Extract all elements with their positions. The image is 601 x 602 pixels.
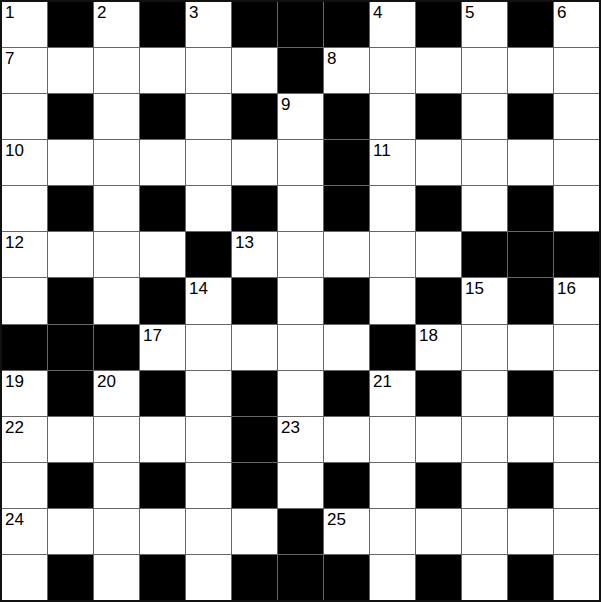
cell-r3c1[interactable] <box>2 94 47 139</box>
black-cell-r13c8 <box>324 555 369 600</box>
clue-number-20: 20 <box>97 372 116 392</box>
black-cell-r5c2 <box>48 186 93 231</box>
cell-r11c3[interactable] <box>94 463 139 508</box>
cell-r4c2[interactable] <box>48 140 93 185</box>
black-cell-r1c10 <box>416 2 461 47</box>
cell-r1c3[interactable]: 2 <box>94 2 139 47</box>
clue-number-8: 8 <box>327 49 336 69</box>
cell-r7c5[interactable]: 14 <box>186 278 231 323</box>
cell-r4c10[interactable] <box>416 140 461 185</box>
crossword-grid: 1234567891011121314151617181920212223242… <box>0 0 601 602</box>
black-cell-r1c7 <box>278 2 323 47</box>
cell-r6c6[interactable]: 13 <box>232 232 277 277</box>
cell-r9c9[interactable]: 21 <box>370 371 415 416</box>
clue-number-6: 6 <box>557 3 566 23</box>
black-cell-r5c8 <box>324 186 369 231</box>
clue-number-21: 21 <box>373 372 392 392</box>
cell-r4c5[interactable] <box>186 140 231 185</box>
clue-number-25: 25 <box>327 510 346 530</box>
cell-r5c9[interactable] <box>370 186 415 231</box>
cell-r12c10[interactable] <box>416 509 461 554</box>
clue-number-19: 19 <box>5 372 24 392</box>
clue-number-5: 5 <box>465 3 474 23</box>
cell-r3c3[interactable] <box>94 94 139 139</box>
black-cell-r7c2 <box>48 278 93 323</box>
cell-r9c13[interactable] <box>554 371 599 416</box>
cell-r13c13[interactable] <box>554 555 599 600</box>
cell-r7c11[interactable]: 15 <box>462 278 507 323</box>
cell-r8c13[interactable] <box>554 325 599 370</box>
cell-r12c12[interactable] <box>508 509 553 554</box>
black-cell-r1c6 <box>232 2 277 47</box>
black-cell-r8c3 <box>94 325 139 370</box>
cell-r5c5[interactable] <box>186 186 231 231</box>
cell-r12c3[interactable] <box>94 509 139 554</box>
cell-r9c1[interactable]: 19 <box>2 371 47 416</box>
cell-r11c1[interactable] <box>2 463 47 508</box>
cell-r4c7[interactable] <box>278 140 323 185</box>
cell-r1c9[interactable]: 4 <box>370 2 415 47</box>
black-cell-r13c10 <box>416 555 461 600</box>
black-cell-r9c4 <box>140 371 185 416</box>
black-cell-r11c12 <box>508 463 553 508</box>
cell-r2c1[interactable]: 7 <box>2 48 47 93</box>
cell-r10c8[interactable] <box>324 417 369 462</box>
black-cell-r8c2 <box>48 325 93 370</box>
black-cell-r6c11 <box>462 232 507 277</box>
black-cell-r7c10 <box>416 278 461 323</box>
cell-r6c1[interactable]: 12 <box>2 232 47 277</box>
cell-r10c5[interactable] <box>186 417 231 462</box>
cell-r9c11[interactable] <box>462 371 507 416</box>
cell-r10c11[interactable] <box>462 417 507 462</box>
black-cell-r8c1 <box>2 325 47 370</box>
black-cell-r6c5 <box>186 232 231 277</box>
cell-r13c11[interactable] <box>462 555 507 600</box>
cell-r13c3[interactable] <box>94 555 139 600</box>
cell-r8c5[interactable] <box>186 325 231 370</box>
cell-r12c2[interactable] <box>48 509 93 554</box>
cell-r6c7[interactable] <box>278 232 323 277</box>
cell-r2c8[interactable]: 8 <box>324 48 369 93</box>
clue-number-10: 10 <box>5 141 24 161</box>
black-cell-r7c8 <box>324 278 369 323</box>
cell-r6c3[interactable] <box>94 232 139 277</box>
black-cell-r3c12 <box>508 94 553 139</box>
cell-r6c2[interactable] <box>48 232 93 277</box>
black-cell-r11c10 <box>416 463 461 508</box>
cell-r12c13[interactable] <box>554 509 599 554</box>
clue-number-13: 13 <box>235 233 254 253</box>
cell-r7c13[interactable]: 16 <box>554 278 599 323</box>
cell-r13c5[interactable] <box>186 555 231 600</box>
cell-r2c10[interactable] <box>416 48 461 93</box>
black-cell-r5c6 <box>232 186 277 231</box>
cell-r11c7[interactable] <box>278 463 323 508</box>
clue-number-4: 4 <box>373 3 382 23</box>
cell-r7c9[interactable] <box>370 278 415 323</box>
cell-r11c13[interactable] <box>554 463 599 508</box>
cell-r11c5[interactable] <box>186 463 231 508</box>
black-cell-r13c6 <box>232 555 277 600</box>
black-cell-r1c2 <box>48 2 93 47</box>
cell-r12c1[interactable]: 24 <box>2 509 47 554</box>
cell-r4c13[interactable] <box>554 140 599 185</box>
cell-r2c2[interactable] <box>48 48 93 93</box>
cell-r5c3[interactable] <box>94 186 139 231</box>
black-cell-r7c12 <box>508 278 553 323</box>
cell-r2c4[interactable] <box>140 48 185 93</box>
clue-number-15: 15 <box>465 279 484 299</box>
cell-r13c1[interactable] <box>2 555 47 600</box>
cell-r13c9[interactable] <box>370 555 415 600</box>
cell-r11c9[interactable] <box>370 463 415 508</box>
cell-r12c5[interactable] <box>186 509 231 554</box>
cell-r5c13[interactable] <box>554 186 599 231</box>
black-cell-r13c4 <box>140 555 185 600</box>
black-cell-r1c4 <box>140 2 185 47</box>
black-cell-r5c10 <box>416 186 461 231</box>
cell-r8c11[interactable] <box>462 325 507 370</box>
cell-r10c10[interactable] <box>416 417 461 462</box>
black-cell-r7c4 <box>140 278 185 323</box>
cell-r8c7[interactable] <box>278 325 323 370</box>
black-cell-r1c8 <box>324 2 369 47</box>
cell-r9c7[interactable] <box>278 371 323 416</box>
black-cell-r5c4 <box>140 186 185 231</box>
cell-r12c11[interactable] <box>462 509 507 554</box>
black-cell-r10c6 <box>232 417 277 462</box>
clue-number-18: 18 <box>419 326 438 346</box>
clue-number-14: 14 <box>189 279 208 299</box>
black-cell-r3c6 <box>232 94 277 139</box>
cell-r2c5[interactable] <box>186 48 231 93</box>
cell-r2c11[interactable] <box>462 48 507 93</box>
clue-number-17: 17 <box>143 326 162 346</box>
cell-r2c6[interactable] <box>232 48 277 93</box>
cell-r7c3[interactable] <box>94 278 139 323</box>
cell-r1c1[interactable]: 1 <box>2 2 47 47</box>
cell-r10c1[interactable]: 22 <box>2 417 47 462</box>
cell-r3c7[interactable]: 9 <box>278 94 323 139</box>
cell-r2c12[interactable] <box>508 48 553 93</box>
cell-r10c12[interactable] <box>508 417 553 462</box>
clue-number-12: 12 <box>5 233 24 253</box>
cell-r12c4[interactable] <box>140 509 185 554</box>
cell-r7c1[interactable] <box>2 278 47 323</box>
cell-r2c3[interactable] <box>94 48 139 93</box>
black-cell-r8c9 <box>370 325 415 370</box>
cell-r5c7[interactable] <box>278 186 323 231</box>
cell-r12c9[interactable] <box>370 509 415 554</box>
black-cell-r3c2 <box>48 94 93 139</box>
clue-number-3: 3 <box>189 3 198 23</box>
clue-number-2: 2 <box>97 3 106 23</box>
black-cell-r11c2 <box>48 463 93 508</box>
cell-r4c6[interactable] <box>232 140 277 185</box>
black-cell-r5c12 <box>508 186 553 231</box>
cell-r3c11[interactable] <box>462 94 507 139</box>
cell-r3c9[interactable] <box>370 94 415 139</box>
cell-r8c10[interactable]: 18 <box>416 325 461 370</box>
clue-number-24: 24 <box>5 510 24 530</box>
black-cell-r13c7 <box>278 555 323 600</box>
black-cell-r11c6 <box>232 463 277 508</box>
cell-r10c9[interactable] <box>370 417 415 462</box>
clue-number-22: 22 <box>5 418 24 438</box>
cell-r4c3[interactable] <box>94 140 139 185</box>
cell-r11c11[interactable] <box>462 463 507 508</box>
cell-r10c4[interactable] <box>140 417 185 462</box>
cell-r2c9[interactable] <box>370 48 415 93</box>
cell-r2c13[interactable] <box>554 48 599 93</box>
black-cell-r9c10 <box>416 371 461 416</box>
cell-r8c12[interactable] <box>508 325 553 370</box>
cell-r6c8[interactable] <box>324 232 369 277</box>
black-cell-r4c8 <box>324 140 369 185</box>
black-cell-r9c6 <box>232 371 277 416</box>
cell-r8c4[interactable]: 17 <box>140 325 185 370</box>
cell-r5c11[interactable] <box>462 186 507 231</box>
black-cell-r3c10 <box>416 94 461 139</box>
black-cell-r13c12 <box>508 555 553 600</box>
black-cell-r3c8 <box>324 94 369 139</box>
black-cell-r6c13 <box>554 232 599 277</box>
cell-r9c5[interactable] <box>186 371 231 416</box>
cell-r3c5[interactable] <box>186 94 231 139</box>
cell-r10c2[interactable] <box>48 417 93 462</box>
cell-r4c12[interactable] <box>508 140 553 185</box>
clue-number-9: 9 <box>281 95 290 115</box>
clue-number-7: 7 <box>5 49 14 69</box>
cell-r6c9[interactable] <box>370 232 415 277</box>
cell-r1c13[interactable]: 6 <box>554 2 599 47</box>
cell-r10c7[interactable]: 23 <box>278 417 323 462</box>
black-cell-r13c2 <box>48 555 93 600</box>
black-cell-r12c7 <box>278 509 323 554</box>
black-cell-r6c12 <box>508 232 553 277</box>
cell-r3c13[interactable] <box>554 94 599 139</box>
cell-r4c1[interactable]: 10 <box>2 140 47 185</box>
black-cell-r11c8 <box>324 463 369 508</box>
black-cell-r9c12 <box>508 371 553 416</box>
black-cell-r9c8 <box>324 371 369 416</box>
cell-r4c9[interactable]: 11 <box>370 140 415 185</box>
cell-r10c3[interactable] <box>94 417 139 462</box>
clue-number-16: 16 <box>557 279 576 299</box>
cell-r12c8[interactable]: 25 <box>324 509 369 554</box>
cell-r9c3[interactable]: 20 <box>94 371 139 416</box>
cell-r8c8[interactable] <box>324 325 369 370</box>
cell-r8c6[interactable] <box>232 325 277 370</box>
black-cell-r1c12 <box>508 2 553 47</box>
cell-r4c4[interactable] <box>140 140 185 185</box>
cell-r6c4[interactable] <box>140 232 185 277</box>
cell-r7c7[interactable] <box>278 278 323 323</box>
black-cell-r9c2 <box>48 371 93 416</box>
black-cell-r3c4 <box>140 94 185 139</box>
cell-r5c1[interactable] <box>2 186 47 231</box>
clue-number-23: 23 <box>281 418 300 438</box>
cell-r1c5[interactable]: 3 <box>186 2 231 47</box>
black-cell-r7c6 <box>232 278 277 323</box>
clue-number-1: 1 <box>5 3 14 23</box>
black-cell-r11c4 <box>140 463 185 508</box>
cell-r1c11[interactable]: 5 <box>462 2 507 47</box>
clue-number-11: 11 <box>373 141 391 161</box>
cell-r12c6[interactable] <box>232 509 277 554</box>
black-cell-r2c7 <box>278 48 323 93</box>
cell-r10c13[interactable] <box>554 417 599 462</box>
cell-r6c10[interactable] <box>416 232 461 277</box>
cell-r4c11[interactable] <box>462 140 507 185</box>
